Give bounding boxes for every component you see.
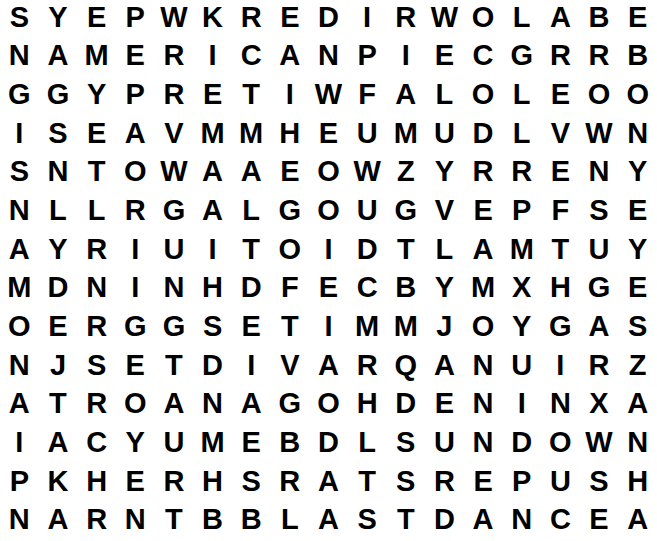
grid-cell[interactable]: N [193, 386, 232, 425]
grid-cell[interactable]: T [155, 502, 194, 541]
grid-cell[interactable]: T [232, 77, 271, 116]
grid-cell[interactable]: Y [618, 232, 657, 271]
grid-cell[interactable]: R [77, 502, 116, 541]
grid-cell[interactable]: M [386, 116, 425, 155]
grid-cell[interactable]: M [77, 39, 116, 78]
grid-cell[interactable]: I [309, 232, 348, 271]
grid-cell[interactable]: W [155, 155, 194, 194]
grid-cell[interactable]: L [425, 232, 464, 271]
grid-cell[interactable]: N [618, 116, 657, 155]
grid-cell[interactable]: N [0, 348, 39, 387]
grid-cell[interactable]: F [271, 270, 310, 309]
grid-cell[interactable]: R [348, 348, 387, 387]
grid-cell[interactable]: E [232, 309, 271, 348]
grid-cell[interactable]: V [155, 116, 194, 155]
grid-cell[interactable]: E [618, 193, 657, 232]
grid-cell[interactable]: U [541, 464, 580, 503]
grid-cell[interactable]: I [232, 348, 271, 387]
grid-cell[interactable]: P [502, 464, 541, 503]
grid-cell[interactable]: E [271, 155, 310, 194]
grid-cell[interactable]: S [193, 309, 232, 348]
grid-cell[interactable]: T [386, 502, 425, 541]
grid-cell[interactable]: E [116, 464, 155, 503]
grid-cell[interactable]: R [77, 232, 116, 271]
grid-cell[interactable]: Z [618, 348, 657, 387]
grid-cell[interactable]: Z [386, 155, 425, 194]
grid-cell[interactable]: I [0, 116, 39, 155]
grid-cell[interactable]: N [618, 425, 657, 464]
grid-cell[interactable]: O [309, 386, 348, 425]
grid-cell[interactable]: A [232, 155, 271, 194]
grid-cell[interactable]: U [425, 425, 464, 464]
grid-cell[interactable]: D [348, 232, 387, 271]
grid-cell[interactable]: S [386, 425, 425, 464]
grid-cell[interactable]: S [348, 502, 387, 541]
grid-cell[interactable]: N [464, 386, 503, 425]
grid-cell[interactable]: R [541, 39, 580, 78]
grid-cell[interactable]: P [348, 39, 387, 78]
grid-cell[interactable]: I [116, 232, 155, 271]
grid-cell[interactable]: T [541, 232, 580, 271]
grid-cell[interactable]: X [580, 386, 619, 425]
grid-cell[interactable]: E [116, 348, 155, 387]
grid-cell[interactable]: C [464, 39, 503, 78]
grid-cell[interactable]: D [464, 116, 503, 155]
grid-cell[interactable]: O [464, 77, 503, 116]
grid-cell[interactable]: V [541, 116, 580, 155]
grid-cell[interactable]: G [271, 386, 310, 425]
grid-cell[interactable]: I [193, 39, 232, 78]
grid-cell[interactable]: L [271, 502, 310, 541]
grid-cell[interactable]: A [39, 425, 78, 464]
grid-cell[interactable]: Y [618, 155, 657, 194]
grid-cell[interactable]: L [39, 193, 78, 232]
grid-cell[interactable]: D [39, 270, 78, 309]
grid-cell[interactable]: R [77, 386, 116, 425]
grid-cell[interactable]: S [77, 348, 116, 387]
grid-cell[interactable]: S [618, 309, 657, 348]
grid-cell[interactable]: H [618, 464, 657, 503]
grid-cell[interactable]: B [580, 0, 619, 39]
grid-cell[interactable]: A [232, 386, 271, 425]
grid-cell[interactable]: N [0, 193, 39, 232]
grid-cell[interactable]: W [580, 116, 619, 155]
grid-cell[interactable]: Y [116, 425, 155, 464]
grid-cell[interactable]: P [502, 193, 541, 232]
grid-cell[interactable]: O [464, 0, 503, 39]
grid-cell[interactable]: M [348, 309, 387, 348]
grid-cell[interactable]: A [309, 348, 348, 387]
grid-cell[interactable]: B [232, 502, 271, 541]
grid-cell[interactable]: E [541, 155, 580, 194]
grid-cell[interactable]: E [580, 502, 619, 541]
grid-cell[interactable]: H [193, 464, 232, 503]
grid-cell[interactable]: E [425, 386, 464, 425]
grid-cell[interactable]: Q [386, 348, 425, 387]
grid-cell[interactable]: O [618, 77, 657, 116]
grid-cell[interactable]: G [116, 309, 155, 348]
grid-cell[interactable]: I [0, 425, 39, 464]
grid-cell[interactable]: G [155, 309, 194, 348]
grid-cell[interactable]: S [580, 464, 619, 503]
grid-cell[interactable]: A [309, 464, 348, 503]
grid-cell[interactable]: R [155, 77, 194, 116]
grid-cell[interactable]: D [309, 425, 348, 464]
grid-cell[interactable]: R [386, 0, 425, 39]
grid-cell[interactable]: D [309, 0, 348, 39]
grid-cell[interactable]: A [425, 348, 464, 387]
grid-cell[interactable]: T [348, 464, 387, 503]
grid-cell[interactable]: F [348, 77, 387, 116]
grid-cell[interactable]: I [116, 270, 155, 309]
grid-cell[interactable]: E [425, 39, 464, 78]
grid-cell[interactable]: Y [502, 309, 541, 348]
grid-cell[interactable]: R [77, 309, 116, 348]
grid-cell[interactable]: M [502, 232, 541, 271]
grid-cell[interactable]: A [541, 0, 580, 39]
grid-cell[interactable]: E [39, 309, 78, 348]
grid-cell[interactable]: J [39, 348, 78, 387]
grid-cell[interactable]: G [502, 39, 541, 78]
grid-cell[interactable]: E [271, 0, 310, 39]
grid-cell[interactable]: G [541, 309, 580, 348]
grid-cell[interactable]: Y [39, 232, 78, 271]
grid-cell[interactable]: B [618, 39, 657, 78]
grid-cell[interactable]: G [580, 270, 619, 309]
grid-cell[interactable]: L [502, 0, 541, 39]
grid-cell[interactable]: N [464, 348, 503, 387]
grid-cell[interactable]: R [232, 0, 271, 39]
grid-cell[interactable]: C [232, 39, 271, 78]
grid-cell[interactable]: L [232, 193, 271, 232]
grid-cell[interactable]: K [39, 464, 78, 503]
grid-cell[interactable]: G [155, 193, 194, 232]
grid-cell[interactable]: O [464, 309, 503, 348]
grid-cell[interactable]: N [502, 502, 541, 541]
grid-cell[interactable]: M [464, 270, 503, 309]
grid-cell[interactable]: E [541, 77, 580, 116]
grid-cell[interactable]: E [464, 193, 503, 232]
grid-cell[interactable]: A [618, 502, 657, 541]
grid-cell[interactable]: N [0, 39, 39, 78]
grid-cell[interactable]: A [193, 193, 232, 232]
grid-cell[interactable]: O [580, 77, 619, 116]
grid-cell[interactable]: N [77, 270, 116, 309]
grid-cell[interactable]: I [193, 232, 232, 271]
grid-cell[interactable]: A [116, 116, 155, 155]
grid-cell[interactable]: A [309, 502, 348, 541]
grid-cell[interactable]: U [348, 193, 387, 232]
grid-cell[interactable]: I [271, 77, 310, 116]
grid-cell[interactable]: E [464, 464, 503, 503]
grid-cell[interactable]: H [348, 386, 387, 425]
grid-cell[interactable]: R [580, 348, 619, 387]
grid-cell[interactable]: R [116, 193, 155, 232]
grid-cell[interactable]: P [0, 464, 39, 503]
grid-cell[interactable]: H [541, 270, 580, 309]
grid-cell[interactable]: C [77, 425, 116, 464]
grid-cell[interactable]: X [502, 270, 541, 309]
word-search-board: SYEPWKREDIRWOLABENAMERICANPIECGRRBGGYPRE… [0, 0, 657, 541]
grid-cell[interactable]: R [155, 39, 194, 78]
grid-cell[interactable]: N [0, 502, 39, 541]
grid-cell[interactable]: A [193, 155, 232, 194]
grid-cell[interactable]: V [425, 193, 464, 232]
grid-cell[interactable]: L [77, 193, 116, 232]
grid-cell[interactable]: P [116, 0, 155, 39]
grid-cell[interactable]: U [155, 425, 194, 464]
grid-cell[interactable]: T [271, 309, 310, 348]
grid-cell[interactable]: K [193, 0, 232, 39]
grid-cell[interactable]: D [232, 270, 271, 309]
grid-cell[interactable]: I [309, 309, 348, 348]
grid-cell[interactable]: H [271, 116, 310, 155]
grid-cell[interactable]: G [0, 77, 39, 116]
grid-cell[interactable]: W [580, 425, 619, 464]
grid-cell[interactable]: M [0, 270, 39, 309]
grid-cell[interactable]: A [618, 386, 657, 425]
grid-cell[interactable]: D [425, 502, 464, 541]
grid-cell[interactable]: S [386, 464, 425, 503]
grid-cell[interactable]: D [386, 386, 425, 425]
grid-cell[interactable]: U [502, 348, 541, 387]
grid-cell[interactable]: I [502, 386, 541, 425]
grid-cell[interactable]: A [0, 386, 39, 425]
grid-cell[interactable]: R [502, 155, 541, 194]
grid-cell[interactable]: S [580, 193, 619, 232]
grid-cell[interactable]: R [155, 464, 194, 503]
grid-cell[interactable]: A [386, 77, 425, 116]
grid-cell[interactable]: M [193, 116, 232, 155]
grid-cell[interactable]: L [502, 77, 541, 116]
grid-cell[interactable]: A [580, 309, 619, 348]
grid-cell[interactable]: R [425, 464, 464, 503]
grid-cell[interactable]: F [541, 193, 580, 232]
grid-cell[interactable]: W [155, 0, 194, 39]
grid-cell[interactable]: T [155, 348, 194, 387]
grid-cell[interactable]: V [271, 348, 310, 387]
grid-cell[interactable]: A [39, 39, 78, 78]
grid-cell[interactable]: I [348, 0, 387, 39]
grid-cell[interactable]: J [425, 309, 464, 348]
grid-cell[interactable]: B [193, 502, 232, 541]
grid-cell[interactable]: E [618, 0, 657, 39]
grid-cell[interactable]: A [0, 232, 39, 271]
grid-cell[interactable]: H [77, 464, 116, 503]
grid-cell[interactable]: O [309, 155, 348, 194]
grid-cell[interactable]: H [193, 270, 232, 309]
grid-cell[interactable]: O [541, 425, 580, 464]
grid-cell[interactable]: T [386, 232, 425, 271]
grid-cell[interactable]: Y [425, 155, 464, 194]
grid-cell[interactable]: N [541, 386, 580, 425]
grid-cell[interactable]: M [386, 309, 425, 348]
grid-cell[interactable]: A [271, 39, 310, 78]
grid-cell[interactable]: E [193, 77, 232, 116]
grid-cell[interactable]: Y [39, 0, 78, 39]
grid-cell[interactable]: A [155, 386, 194, 425]
grid-cell[interactable]: D [502, 425, 541, 464]
grid-cell[interactable]: M [232, 116, 271, 155]
grid-cell[interactable]: E [309, 270, 348, 309]
grid-cell[interactable]: N [116, 502, 155, 541]
grid-cell[interactable]: R [580, 39, 619, 78]
grid-cell[interactable]: I [386, 39, 425, 78]
grid-cell[interactable]: O [116, 386, 155, 425]
grid-cell[interactable]: N [464, 425, 503, 464]
grid-cell[interactable]: P [116, 77, 155, 116]
grid-cell[interactable]: O [116, 155, 155, 194]
grid-cell[interactable]: N [309, 39, 348, 78]
grid-cell[interactable]: O [309, 193, 348, 232]
grid-cell[interactable]: N [39, 155, 78, 194]
grid-cell[interactable]: S [0, 155, 39, 194]
grid-cell[interactable]: E [77, 0, 116, 39]
grid-cell[interactable]: W [425, 0, 464, 39]
grid-cell[interactable]: U [580, 232, 619, 271]
grid-cell[interactable]: N [580, 155, 619, 194]
grid-cell[interactable]: G [386, 193, 425, 232]
grid-cell[interactable]: A [39, 502, 78, 541]
grid-cell[interactable]: E [77, 116, 116, 155]
grid-cell[interactable]: C [541, 502, 580, 541]
grid-cell[interactable]: U [425, 116, 464, 155]
grid-cell[interactable]: R [464, 155, 503, 194]
grid-cell[interactable]: L [348, 425, 387, 464]
grid-cell[interactable]: E [309, 116, 348, 155]
grid-cell[interactable]: R [271, 464, 310, 503]
grid-cell[interactable]: B [386, 270, 425, 309]
grid-cell[interactable]: D [193, 348, 232, 387]
grid-cell[interactable]: T [39, 386, 78, 425]
grid-cell[interactable]: W [309, 77, 348, 116]
grid-cell[interactable]: E [116, 39, 155, 78]
grid-cell[interactable]: S [39, 116, 78, 155]
grid-cell[interactable]: I [541, 348, 580, 387]
grid-cell[interactable]: C [348, 270, 387, 309]
grid-cell[interactable]: G [39, 77, 78, 116]
grid-cell[interactable]: U [155, 232, 194, 271]
grid-cell[interactable]: B [271, 425, 310, 464]
grid-cell[interactable]: L [502, 116, 541, 155]
grid-cell[interactable]: U [348, 116, 387, 155]
grid-cell[interactable]: Y [77, 77, 116, 116]
grid-cell[interactable]: L [425, 77, 464, 116]
grid-cell[interactable]: O [271, 232, 310, 271]
grid-cell[interactable]: O [0, 309, 39, 348]
grid-cell[interactable]: T [77, 155, 116, 194]
grid-cell[interactable]: E [232, 425, 271, 464]
grid-cell[interactable]: A [464, 232, 503, 271]
grid-cell[interactable]: E [618, 270, 657, 309]
grid-cell[interactable]: S [0, 0, 39, 39]
grid-cell[interactable]: S [232, 464, 271, 503]
grid-cell[interactable]: N [155, 270, 194, 309]
grid-cell[interactable]: Y [425, 270, 464, 309]
grid-cell[interactable]: A [464, 502, 503, 541]
grid-cell[interactable]: W [348, 155, 387, 194]
grid-cell[interactable]: G [271, 193, 310, 232]
grid-cell[interactable]: T [232, 232, 271, 271]
grid-cell[interactable]: M [193, 425, 232, 464]
